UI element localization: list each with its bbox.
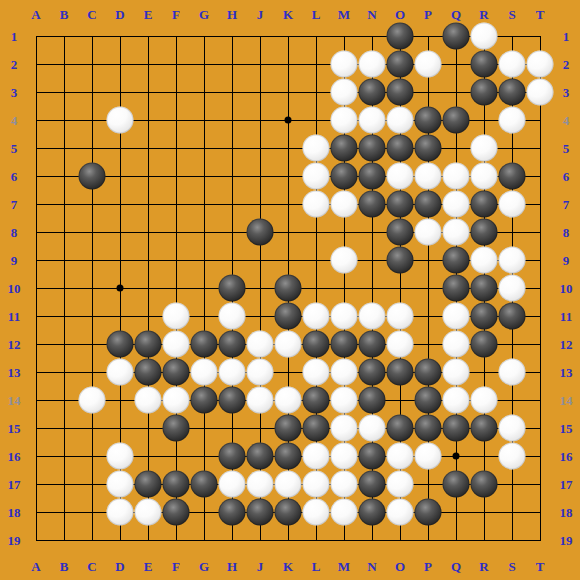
star-point [117,285,124,292]
row-label-right: 12 [560,338,573,351]
white-stone[interactable] [331,303,358,330]
row-label-right: 4 [563,114,570,127]
black-stone[interactable] [219,387,246,414]
white-stone[interactable] [387,443,414,470]
black-stone[interactable] [331,163,358,190]
white-stone[interactable] [275,471,302,498]
white-stone[interactable] [79,387,106,414]
row-label-left: 8 [11,226,18,239]
star-point [285,117,292,124]
black-stone[interactable] [303,415,330,442]
black-stone[interactable] [499,163,526,190]
white-stone[interactable] [471,387,498,414]
row-label-left: 17 [8,478,21,491]
black-stone[interactable] [499,303,526,330]
column-label-top: C [87,8,96,21]
grid-h-line [36,540,541,541]
white-stone[interactable] [359,303,386,330]
column-label-bottom: R [479,560,488,573]
white-stone[interactable] [247,387,274,414]
black-stone[interactable] [387,191,414,218]
black-stone[interactable] [359,499,386,526]
white-stone[interactable] [415,163,442,190]
row-label-right: 1 [563,30,570,43]
white-stone[interactable] [415,51,442,78]
white-stone[interactable] [443,303,470,330]
go-board[interactable]: AABBCCDDEEFFGGHHJJKKLLMMNNOOPPQQRRSSTT11… [0,0,580,580]
black-stone[interactable] [107,331,134,358]
row-label-right: 19 [560,534,573,547]
white-stone[interactable] [415,443,442,470]
white-stone[interactable] [471,23,498,50]
row-label-left: 4 [11,114,18,127]
black-stone[interactable] [471,303,498,330]
black-stone[interactable] [247,219,274,246]
column-label-bottom: E [144,560,153,573]
white-stone[interactable] [303,135,330,162]
white-stone[interactable] [163,303,190,330]
black-stone[interactable] [163,415,190,442]
black-stone[interactable] [191,331,218,358]
black-stone[interactable] [443,275,470,302]
white-stone[interactable] [331,247,358,274]
white-stone[interactable] [499,191,526,218]
white-stone[interactable] [163,387,190,414]
star-point [453,453,460,460]
black-stone[interactable] [331,135,358,162]
row-label-left: 15 [8,422,21,435]
black-stone[interactable] [415,387,442,414]
black-stone[interactable] [359,331,386,358]
column-label-bottom: A [31,560,40,573]
white-stone[interactable] [443,219,470,246]
white-stone[interactable] [331,443,358,470]
white-stone[interactable] [107,499,134,526]
black-stone[interactable] [79,163,106,190]
column-label-top: L [312,8,321,21]
white-stone[interactable] [247,331,274,358]
black-stone[interactable] [387,219,414,246]
black-stone[interactable] [499,79,526,106]
white-stone[interactable] [135,499,162,526]
column-label-top: G [199,8,209,21]
white-stone[interactable] [499,443,526,470]
column-label-bottom: S [508,560,515,573]
white-stone[interactable] [219,471,246,498]
row-label-left: 13 [8,366,21,379]
column-label-bottom: G [199,560,209,573]
column-label-bottom: O [395,560,405,573]
row-label-left: 11 [8,310,20,323]
black-stone[interactable] [219,331,246,358]
row-label-left: 14 [8,394,21,407]
column-label-top: D [115,8,124,21]
black-stone[interactable] [191,387,218,414]
black-stone[interactable] [135,359,162,386]
white-stone[interactable] [387,303,414,330]
column-label-top: M [338,8,350,21]
white-stone[interactable] [387,471,414,498]
white-stone[interactable] [359,51,386,78]
black-stone[interactable] [415,191,442,218]
column-label-top: H [227,8,237,21]
black-stone[interactable] [359,443,386,470]
black-stone[interactable] [359,387,386,414]
black-stone[interactable] [247,443,274,470]
black-stone[interactable] [443,107,470,134]
black-stone[interactable] [359,359,386,386]
white-stone[interactable] [303,191,330,218]
row-label-left: 19 [8,534,21,547]
black-stone[interactable] [135,331,162,358]
white-stone[interactable] [107,359,134,386]
row-label-right: 7 [563,198,570,211]
black-stone[interactable] [471,219,498,246]
black-stone[interactable] [387,135,414,162]
row-label-left: 18 [8,506,21,519]
black-stone[interactable] [359,135,386,162]
black-stone[interactable] [359,191,386,218]
white-stone[interactable] [527,79,554,106]
white-stone[interactable] [499,359,526,386]
black-stone[interactable] [135,471,162,498]
white-stone[interactable] [219,303,246,330]
white-stone[interactable] [387,331,414,358]
row-label-right: 11 [560,310,572,323]
black-stone[interactable] [443,247,470,274]
column-label-bottom: J [257,560,264,573]
white-stone[interactable] [219,359,246,386]
column-label-bottom: K [283,560,293,573]
black-stone[interactable] [387,23,414,50]
white-stone[interactable] [331,471,358,498]
black-stone[interactable] [359,79,386,106]
black-stone[interactable] [387,415,414,442]
white-stone[interactable] [443,359,470,386]
column-label-bottom: P [424,560,432,573]
white-stone[interactable] [471,163,498,190]
white-stone[interactable] [443,331,470,358]
black-stone[interactable] [387,359,414,386]
row-label-left: 10 [8,282,21,295]
column-label-top: J [257,8,264,21]
white-stone[interactable] [443,191,470,218]
column-label-bottom: H [227,560,237,573]
column-label-bottom: B [60,560,69,573]
white-stone[interactable] [331,191,358,218]
column-label-top: S [508,8,515,21]
column-label-bottom: L [312,560,321,573]
row-label-right: 3 [563,86,570,99]
white-stone[interactable] [359,107,386,134]
row-label-right: 5 [563,142,570,155]
white-stone[interactable] [107,443,134,470]
white-stone[interactable] [471,135,498,162]
white-stone[interactable] [331,499,358,526]
black-stone[interactable] [387,247,414,274]
black-stone[interactable] [247,499,274,526]
black-stone[interactable] [303,387,330,414]
black-stone[interactable] [163,471,190,498]
black-stone[interactable] [359,163,386,190]
column-label-top: R [479,8,488,21]
white-stone[interactable] [527,51,554,78]
white-stone[interactable] [331,387,358,414]
white-stone[interactable] [443,387,470,414]
white-stone[interactable] [247,359,274,386]
white-stone[interactable] [107,471,134,498]
row-label-left: 6 [11,170,18,183]
row-label-right: 2 [563,58,570,71]
white-stone[interactable] [107,107,134,134]
column-label-top: T [536,8,545,21]
white-stone[interactable] [303,359,330,386]
white-stone[interactable] [499,51,526,78]
black-stone[interactable] [219,499,246,526]
column-label-bottom: N [367,560,376,573]
white-stone[interactable] [163,331,190,358]
black-stone[interactable] [471,471,498,498]
column-label-bottom: F [172,560,180,573]
black-stone[interactable] [443,23,470,50]
white-stone[interactable] [387,499,414,526]
row-label-right: 6 [563,170,570,183]
black-stone[interactable] [471,415,498,442]
black-stone[interactable] [415,499,442,526]
white-stone[interactable] [331,359,358,386]
row-label-left: 9 [11,254,18,267]
row-label-left: 16 [8,450,21,463]
row-label-right: 8 [563,226,570,239]
black-stone[interactable] [275,499,302,526]
white-stone[interactable] [499,275,526,302]
row-label-left: 12 [8,338,21,351]
column-label-top: Q [451,8,461,21]
row-label-right: 10 [560,282,573,295]
black-stone[interactable] [359,471,386,498]
black-stone[interactable] [471,191,498,218]
row-label-left: 1 [11,30,18,43]
black-stone[interactable] [443,415,470,442]
black-stone[interactable] [275,303,302,330]
white-stone[interactable] [359,415,386,442]
column-label-bottom: T [536,560,545,573]
white-stone[interactable] [499,247,526,274]
black-stone[interactable] [275,415,302,442]
column-label-top: N [367,8,376,21]
column-label-top: E [144,8,153,21]
row-label-right: 13 [560,366,573,379]
black-stone[interactable] [415,415,442,442]
column-label-top: P [424,8,432,21]
white-stone[interactable] [303,163,330,190]
white-stone[interactable] [415,219,442,246]
white-stone[interactable] [303,499,330,526]
white-stone[interactable] [499,415,526,442]
row-label-right: 9 [563,254,570,267]
white-stone[interactable] [275,387,302,414]
black-stone[interactable] [331,331,358,358]
black-stone[interactable] [415,107,442,134]
black-stone[interactable] [163,359,190,386]
white-stone[interactable] [275,331,302,358]
black-stone[interactable] [191,471,218,498]
black-stone[interactable] [275,443,302,470]
white-stone[interactable] [331,79,358,106]
column-label-top: F [172,8,180,21]
row-label-right: 15 [560,422,573,435]
black-stone[interactable] [275,275,302,302]
black-stone[interactable] [219,443,246,470]
black-stone[interactable] [471,79,498,106]
column-label-top: O [395,8,405,21]
column-label-bottom: Q [451,560,461,573]
row-label-left: 3 [11,86,18,99]
row-label-left: 2 [11,58,18,71]
white-stone[interactable] [191,359,218,386]
white-stone[interactable] [499,107,526,134]
white-stone[interactable] [471,247,498,274]
white-stone[interactable] [303,443,330,470]
black-stone[interactable] [163,499,190,526]
white-stone[interactable] [443,163,470,190]
black-stone[interactable] [415,359,442,386]
white-stone[interactable] [247,471,274,498]
column-label-bottom: C [87,560,96,573]
white-stone[interactable] [331,415,358,442]
row-label-left: 5 [11,142,18,155]
column-label-bottom: D [115,560,124,573]
column-label-bottom: M [338,560,350,573]
black-stone[interactable] [471,331,498,358]
black-stone[interactable] [471,275,498,302]
white-stone[interactable] [303,471,330,498]
white-stone[interactable] [331,51,358,78]
black-stone[interactable] [471,51,498,78]
black-stone[interactable] [303,331,330,358]
white-stone[interactable] [387,163,414,190]
column-label-top: A [31,8,40,21]
black-stone[interactable] [443,471,470,498]
row-label-right: 14 [560,394,573,407]
row-label-left: 7 [11,198,18,211]
column-label-top: K [283,8,293,21]
white-stone[interactable] [303,303,330,330]
row-label-right: 18 [560,506,573,519]
black-stone[interactable] [415,135,442,162]
black-stone[interactable] [387,79,414,106]
black-stone[interactable] [219,275,246,302]
white-stone[interactable] [135,387,162,414]
white-stone[interactable] [387,107,414,134]
grid-v-line [540,36,541,541]
column-label-top: B [60,8,69,21]
row-label-right: 16 [560,450,573,463]
white-stone[interactable] [331,107,358,134]
black-stone[interactable] [387,51,414,78]
row-label-right: 17 [560,478,573,491]
